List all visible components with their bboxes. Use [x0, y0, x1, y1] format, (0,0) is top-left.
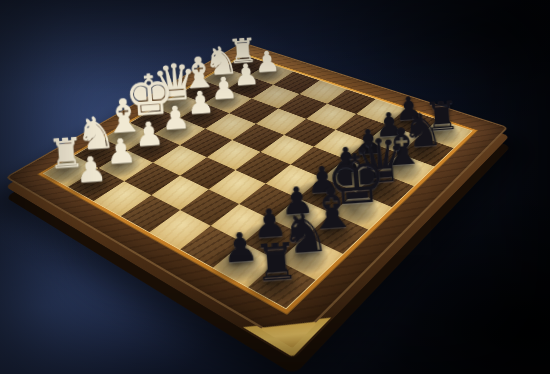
- vignette: [0, 0, 550, 374]
- photo-stage: ♜♞♝♛♚♝♞♜♟♟♟♟♟♟♟♟♟♟♟♟♟♟♟♟♜♞♝♛♚♝♞♜: [0, 0, 550, 374]
